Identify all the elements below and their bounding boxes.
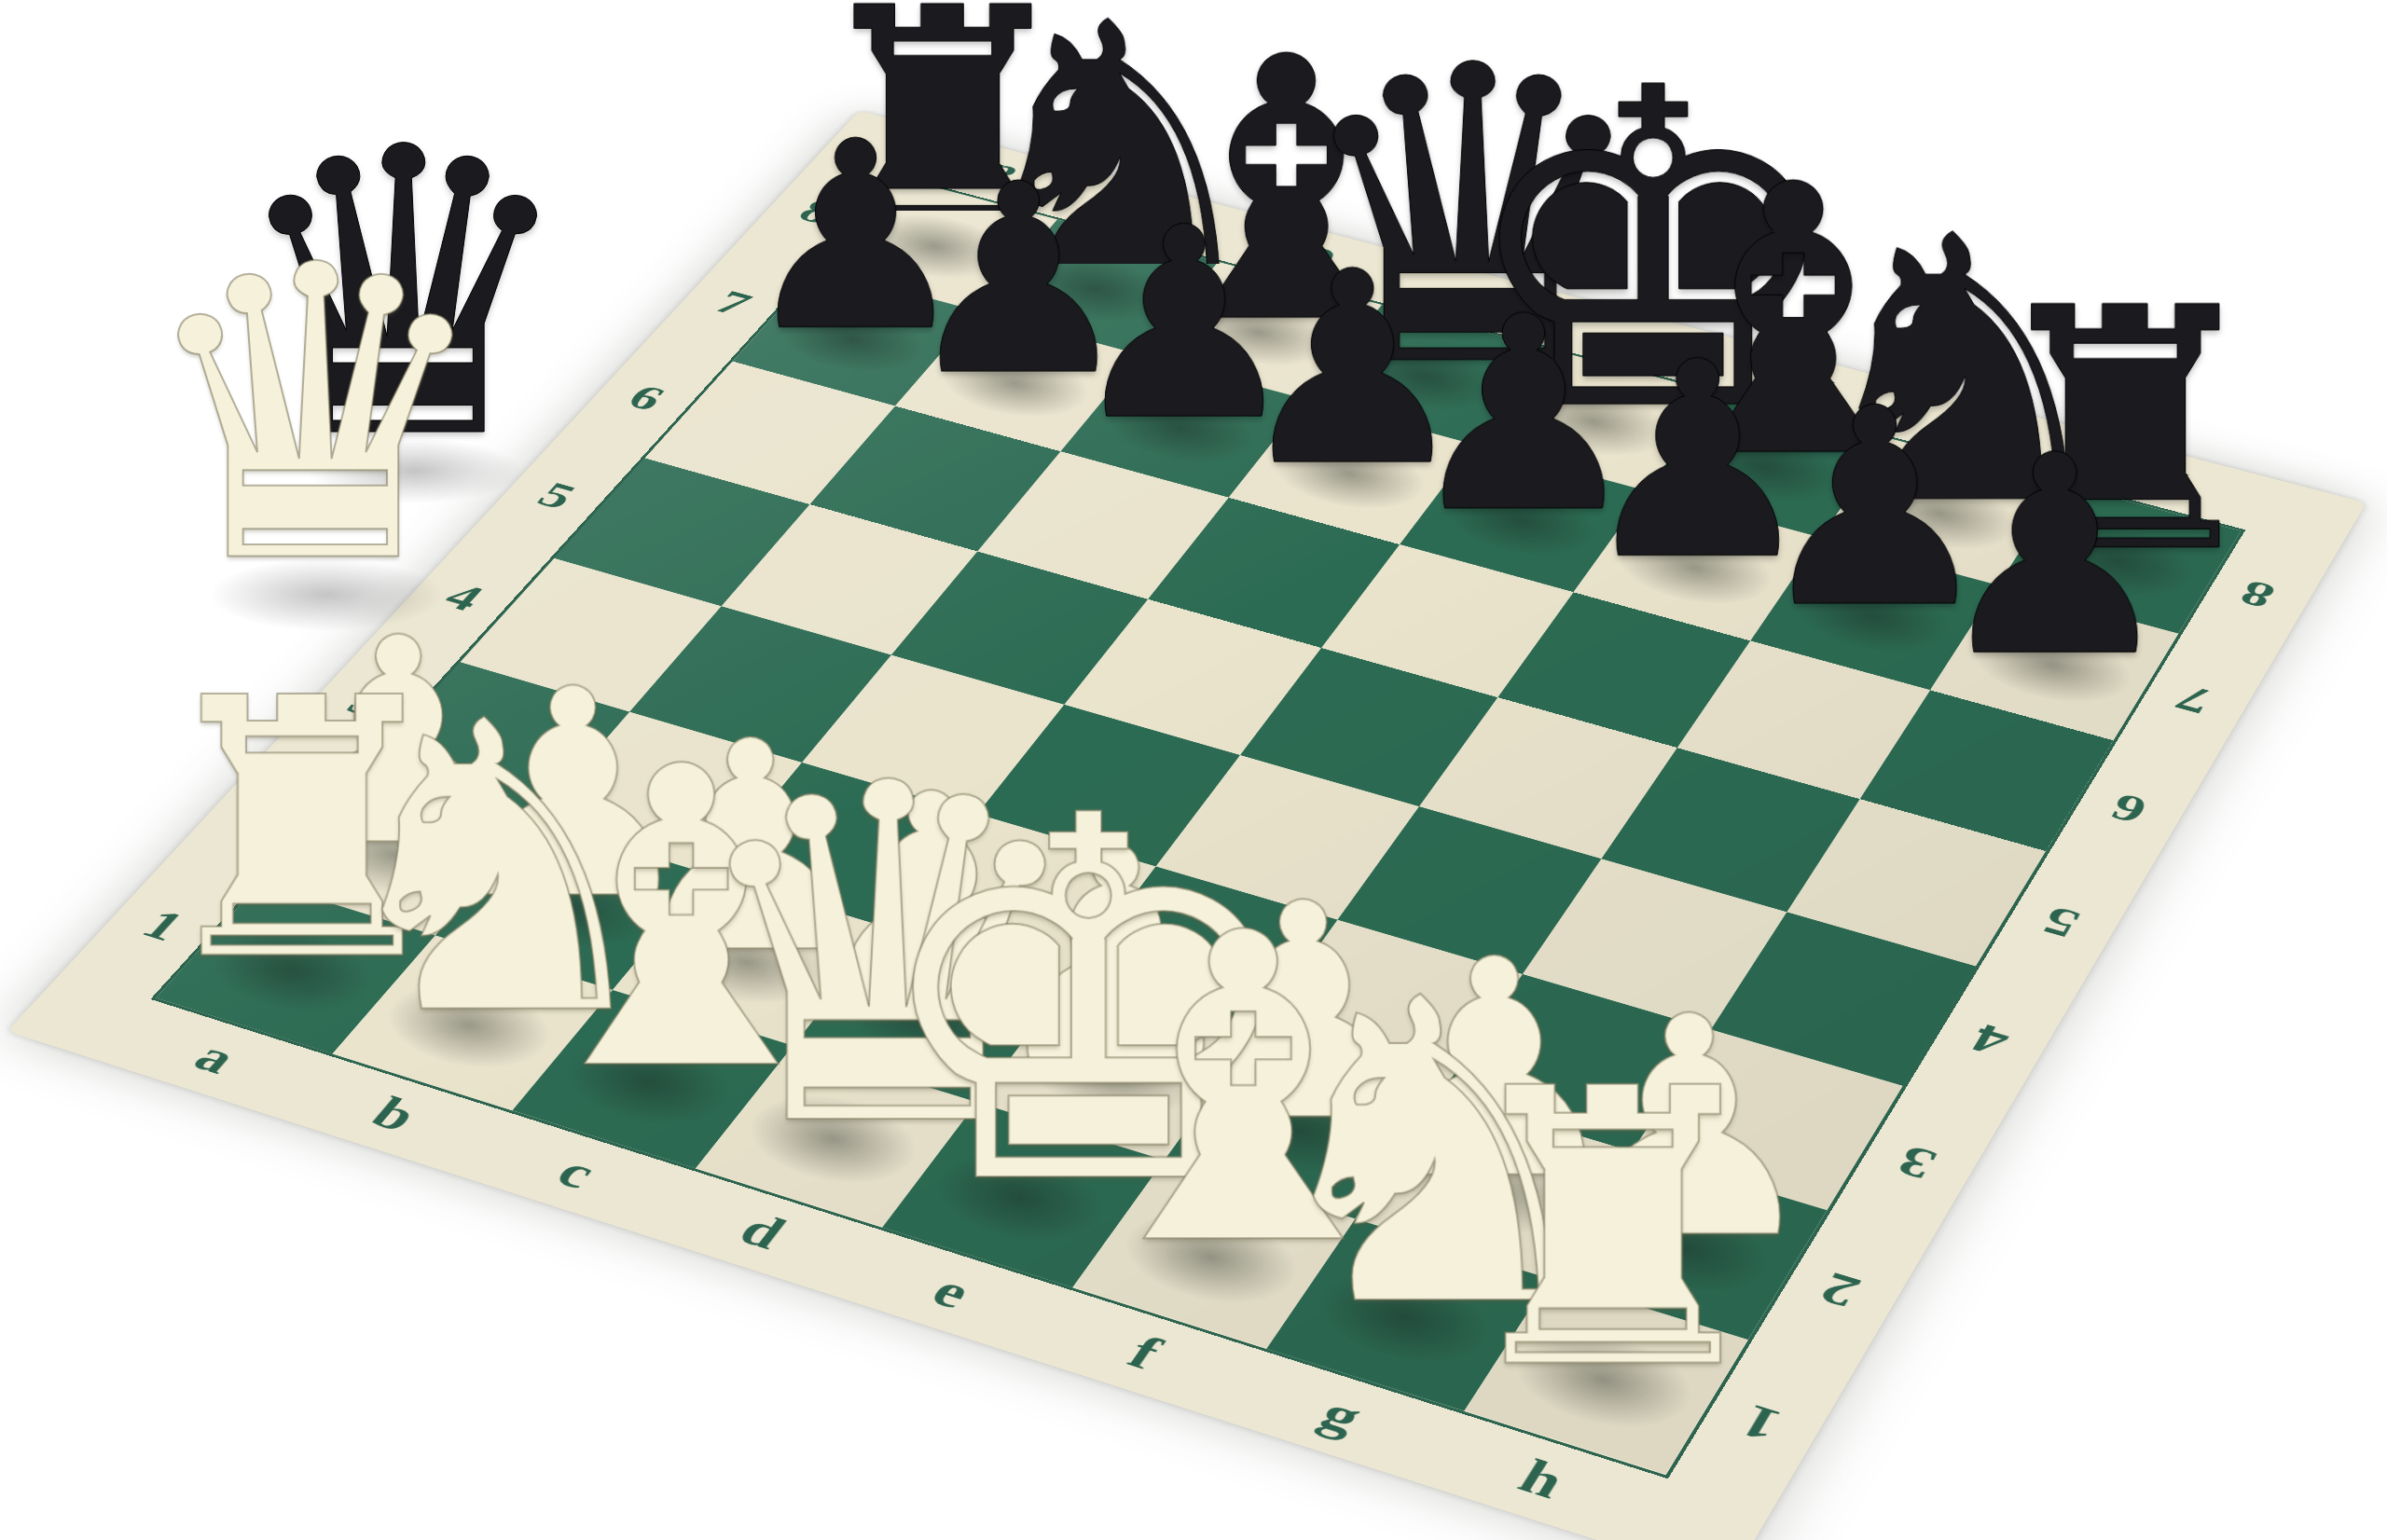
extra-piece-white-queen[interactable]: ♛ <box>133 213 497 618</box>
scene: ♛ ♛ abcdefgh abcdefgh 87654321 87654321 … <box>0 0 2387 1540</box>
piece-white-rook-h1[interactable]: ♜ <box>1442 1039 1772 1421</box>
